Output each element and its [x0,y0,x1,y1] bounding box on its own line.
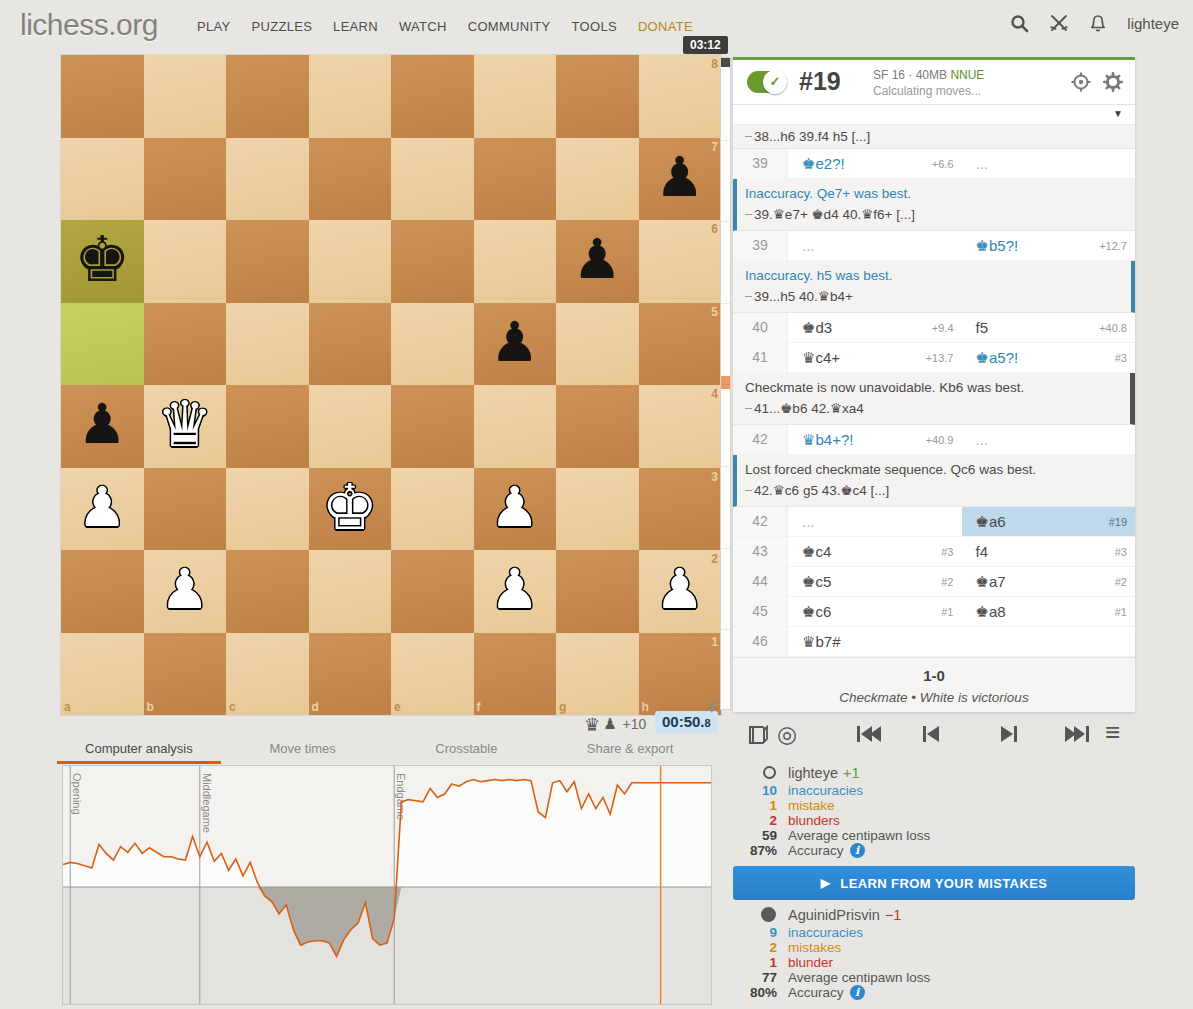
move[interactable]: ♚c4#3 [788,537,962,566]
move[interactable]: ♛b4+?!+40.9 [788,425,962,454]
stat-label: inaccuracies [788,925,863,940]
square-e1[interactable]: e [391,633,474,716]
rank-label: 7 [711,140,718,154]
nav-tools[interactable]: TOOLS [572,19,617,34]
crossed-swords-icon[interactable] [1049,14,1069,33]
gauge-tick [721,629,730,630]
white-king[interactable]: ♚ [309,468,392,551]
move[interactable]: ♚a8#1 [962,597,1136,626]
first-move-icon[interactable] [855,722,883,746]
comment-variation[interactable]: 39...h5 40.♛b4+ [745,288,1121,304]
square-c5[interactable] [226,303,309,386]
move[interactable] [962,627,1136,656]
move[interactable]: ... [788,231,962,260]
gear-icon[interactable] [1103,72,1123,96]
chevron-down-icon: ▼ [1113,108,1123,119]
stat-label: mistakes [788,940,841,955]
rating-delta: −1 [885,907,902,923]
stat-label: Accuracy [788,985,844,1000]
square-b3[interactable] [144,468,227,551]
white-pawn[interactable]: ♟ [639,550,722,633]
move[interactable]: ♛b7# [788,627,962,656]
file-label: f [477,700,481,714]
comment-row: Checkmate is now unavoidable. Kb6 was be… [733,373,1135,425]
move[interactable]: ♚c5#2 [788,567,962,596]
info-icon[interactable]: i [850,985,865,1000]
analysis-panel: ✓ #19 SF 16 · 40MB NNUE Calculating move… [733,57,1135,712]
gauge-tick [721,548,730,549]
variation-line[interactable]: 38...h6 39.f4 h5 [...] [733,125,1135,149]
material-count: +10 [623,716,647,732]
comment-variation[interactable]: 41...♚b6 42.♛xa4 [745,400,1120,416]
move-eval: #1 [941,606,961,618]
square-d3[interactable]: ♚ [309,468,392,551]
move-number: 40 [733,313,788,342]
comment-text: Inaccuracy. h5 was best. [745,268,1121,283]
white-color-icon [763,766,776,779]
square-g5[interactable] [556,303,639,386]
stat-value: 9 [733,925,777,940]
comment-row: Lost forced checkmate sequence. Qc6 was … [733,455,1135,507]
player-name[interactable]: AguinidPrisvin [788,907,880,923]
nav-right: lighteye [1010,14,1179,33]
move[interactable]: ♚e2?!+6.6 [788,149,962,178]
square-e3[interactable] [391,468,474,551]
white-player-stats: lighteye+110inaccuracies1mistake2blunder… [733,764,1135,858]
gyre-icon[interactable]: ◎ [777,721,797,747]
result-score: 1-0 [733,667,1135,684]
stat-label: Average centipawn loss [788,828,930,843]
square-f8[interactable] [474,55,557,138]
rank-label: 5 [711,305,718,319]
toggle-check-icon: ✓ [763,70,787,94]
square-b8[interactable] [144,55,227,138]
white-pawn[interactable]: ♟ [61,468,144,551]
file-label: b [147,700,154,714]
square-f5[interactable]: ♟ [474,303,557,386]
move-row: 42♛b4+?!+40.9... [733,425,1135,455]
nav-puzzles[interactable]: PUZZLES [251,19,312,34]
square-f2[interactable]: ♟ [474,550,557,633]
tab-computer-analysis[interactable]: Computer analysis [57,737,221,763]
rank-label: 2 [711,552,718,566]
square-g2[interactable] [556,550,639,633]
square-c4[interactable] [226,385,309,468]
bell-icon[interactable] [1089,14,1107,33]
square-f3[interactable]: ♟ [474,468,557,551]
file-label: g [559,700,566,714]
move-eval: +13.7 [926,352,962,364]
white-pawn[interactable]: ♟ [144,550,227,633]
replay-controls: ◎ ≡ [733,716,1135,758]
result-text: Checkmate • White is victorious [733,690,1135,705]
stat-value: 59 [733,828,777,843]
move[interactable]: ♚a5?!#3 [962,343,1136,372]
square-a3[interactable]: ♟ [61,468,144,551]
square-g3[interactable] [556,468,639,551]
learn-from-mistakes-button[interactable]: ▶LEARN FROM YOUR MISTAKES [733,866,1135,900]
square-h7[interactable]: ♟7 [639,138,722,221]
stat-value: 1 [733,955,777,970]
gauge-tick [721,384,730,385]
square-h8[interactable]: 8 [639,55,722,138]
nav-community[interactable]: COMMUNITY [468,19,551,34]
move-number: 46 [733,627,788,656]
stat-row: 77Average centipawn loss [733,970,1135,985]
move-row: 45♚c6#1♚a8#1 [733,597,1135,627]
gauge-tick [721,221,730,222]
eval-gauge [720,57,731,710]
engine-name: SF 16 · 40MB [873,68,947,82]
square-g7[interactable] [556,138,639,221]
comment-text: Inaccuracy. Qe7+ was best. [745,186,1125,201]
move-number: 42 [733,425,788,454]
player-name[interactable]: lighteye [788,765,838,781]
target-icon[interactable] [1071,72,1091,96]
comment-variation[interactable]: 42.♛c6 g5 43.♚c4 [...] [745,482,1125,498]
nav-learn[interactable]: LEARN [333,19,378,34]
lichess-logo[interactable]: lichess.org [20,8,158,42]
move-eval: +9.4 [932,322,962,334]
move-eval: +40.8 [1099,322,1135,334]
black-king[interactable]: ♚ [61,220,144,303]
phase-label: Opening [71,773,83,815]
phase-label: Middlegame [201,773,213,833]
move-eval: #3 [941,546,961,558]
move[interactable]: f4#3 [962,537,1136,566]
move-eval: #3 [1115,546,1135,558]
move-eval: #2 [1115,576,1135,588]
square-d1[interactable]: d [309,633,392,716]
gauge-zero-marker [721,376,730,389]
material-advantage: ♛ ♟ +10 [584,712,646,736]
move[interactable]: f5+40.8 [962,313,1136,342]
menu-icon[interactable]: ≡ [1105,720,1120,744]
move-list: 38...h6 39.f4 h5 [...]39♚e2?!+6.6...Inac… [733,125,1135,657]
move-row: 41♛c4++13.7♚a5?!#3 [733,343,1135,373]
move-eval: #3 [1115,352,1135,364]
stat-value: 77 [733,970,777,985]
square-a1[interactable]: a [61,633,144,716]
file-label: a [64,700,71,714]
tab-share-export[interactable]: Share & export [548,737,712,763]
stat-value: 87% [733,843,777,858]
square-c1[interactable]: c [226,633,309,716]
comment-text: Checkmate is now unavoidable. Kb6 was be… [745,380,1120,395]
square-c3[interactable] [226,468,309,551]
square-a4[interactable]: ♟ [61,385,144,468]
nav-watch[interactable]: WATCH [399,19,447,34]
move-number: 39 [733,149,788,178]
move[interactable]: ... [788,507,962,536]
move-row: 42...♚a6#19 [733,507,1135,537]
square-b6[interactable] [144,220,227,303]
move[interactable]: ... [962,425,1136,454]
black-player-stats: AguinidPrisvin−19inaccuracies2mistakes1b… [733,906,1135,1000]
square-e4[interactable] [391,385,474,468]
stat-row: 87%Accuracyi [733,843,1135,858]
move-number: 43 [733,537,788,566]
move[interactable]: ... [962,149,1136,178]
square-b4[interactable]: ♛ [144,385,227,468]
captured-queen-icon: ♛ [584,714,600,735]
move[interactable]: ♛c4++13.7 [788,343,962,372]
top-nav: lichess.org PLAY PUZZLES LEARN WATCH COM… [0,0,1193,55]
square-d7[interactable] [309,138,392,221]
square-h6[interactable]: 6 [639,220,722,303]
stat-label: Accuracy [788,843,844,858]
move[interactable]: ♚a6#19 [962,507,1136,536]
stat-row: 80%Accuracyi [733,985,1135,1000]
stat-label: inaccuracies [788,783,863,798]
variation-arrows-bar[interactable]: ▼ [733,105,1135,125]
square-h3[interactable]: 3 [639,468,722,551]
move-row: 43♚c4#3f4#3 [733,537,1135,567]
square-b7[interactable] [144,138,227,221]
move[interactable]: ♚c6#1 [788,597,962,626]
square-e7[interactable] [391,138,474,221]
square-g6[interactable]: ♟ [556,220,639,303]
stat-label: blunders [788,813,840,828]
square-d4[interactable] [309,385,392,468]
stat-value: 10 [733,783,777,798]
stat-row: 2blunders [733,813,1135,828]
black-clock: 03:12 [683,36,728,54]
black-pawn[interactable]: ♟ [556,220,639,303]
square-h5[interactable]: 5 [639,303,722,386]
square-b2[interactable]: ♟ [144,550,227,633]
move-number: 41 [733,343,788,372]
info-icon[interactable]: i [850,843,865,858]
engine-status: Calculating moves... [873,84,981,98]
rank-label: 3 [711,470,718,484]
stat-row: 10inaccuracies [733,783,1135,798]
rank-label: 8 [711,57,718,71]
gauge-tick [721,466,730,467]
rank-label: 1 [711,635,718,649]
file-label: e [394,700,401,714]
black-pawn[interactable]: ♟ [639,138,722,221]
square-a2[interactable] [61,550,144,633]
search-icon[interactable] [1010,14,1029,33]
black-pawn[interactable]: ♟ [474,303,557,386]
engine-eval: #19 [799,67,841,96]
stat-row: 1blunder [733,955,1135,970]
square-h4[interactable]: 4 [639,385,722,468]
square-g4[interactable] [556,385,639,468]
tab-move-times[interactable]: Move times [221,737,385,763]
gauge-tick [721,303,730,304]
square-g8[interactable] [556,55,639,138]
last-move-icon[interactable] [1063,722,1091,746]
book-icon[interactable] [745,722,771,748]
gauge-tick [721,140,730,141]
move-eval: +40.9 [926,434,962,446]
move-number: 42 [733,507,788,536]
move-row: 40♚d3+9.4f5+40.8 [733,313,1135,343]
square-a6[interactable]: ♚ [61,220,144,303]
stat-value: 2 [733,813,777,828]
move-row: 39...♚b5?!+12.7 [733,231,1135,261]
result-block: 1-0 Checkmate • White is victorious [733,657,1135,712]
stat-label: Average centipawn loss [788,970,930,985]
move-row: 39♚e2?!+6.6... [733,149,1135,179]
rating-delta: +1 [843,765,860,781]
chess-board[interactable]: 8♟7♚♟6♟5♟♛4♟♚♟3♟♟♟2abcdefg1h [61,55,721,715]
tab-crosstable[interactable]: Crosstable [385,737,549,763]
comment-text: Lost forced checkmate sequence. Qc6 was … [745,462,1125,477]
rank-label: 6 [711,222,718,236]
square-e6[interactable] [391,220,474,303]
move-eval: +6.6 [932,158,962,170]
square-f6[interactable] [474,220,557,303]
stat-row: 2mistakes [733,940,1135,955]
move-row: 44♚c5#2♚a7#2 [733,567,1135,597]
square-c6[interactable] [226,220,309,303]
square-d8[interactable] [309,55,392,138]
square-h2[interactable]: ♟2 [639,550,722,633]
analysis-tabs: Computer analysisMove timesCrosstableSha… [57,737,712,763]
file-label: d [312,700,319,714]
move-number: 39 [733,231,788,260]
rank-label: 4 [711,387,718,401]
square-c7[interactable] [226,138,309,221]
stat-row: 9inaccuracies [733,925,1135,940]
square-c2[interactable] [226,550,309,633]
square-f7[interactable] [474,138,557,221]
previous-move-icon[interactable] [921,722,941,746]
move-eval: +12.7 [1099,240,1135,252]
engine-header: ✓ #19 SF 16 · 40MB NNUE Calculating move… [733,60,1135,105]
stat-value: 80% [733,985,777,1000]
square-b5[interactable] [144,303,227,386]
stat-value: 2 [733,940,777,955]
square-f4[interactable] [474,385,557,468]
stat-value: 1 [733,798,777,813]
move-eval: #1 [1115,606,1135,618]
nav-donate[interactable]: DONATE [638,19,693,34]
black-color-icon [761,907,776,922]
play-icon: ▶ [821,876,831,890]
white-pawn[interactable]: ♟ [474,468,557,551]
stat-label: blunder [788,955,833,970]
board-resize-handle[interactable] [702,697,718,717]
engine-nnue: NNUE [950,68,984,82]
username[interactable]: lighteye [1127,15,1179,32]
square-a7[interactable] [61,138,144,221]
square-a5[interactable] [61,303,144,386]
square-g1[interactable]: g [556,633,639,716]
black-pawn[interactable]: ♟ [61,385,144,468]
square-a8[interactable] [61,55,144,138]
file-label: c [229,700,236,714]
square-e8[interactable] [391,55,474,138]
stat-row: 59Average centipawn loss [733,828,1135,843]
comment-row: Inaccuracy. h5 was best.39...h5 40.♛b4+ [733,261,1135,313]
square-d2[interactable] [309,550,392,633]
advantage-chart[interactable]: OpeningMiddlegameEndgame [62,765,712,1005]
next-move-icon[interactable] [999,722,1019,746]
comment-row: Inaccuracy. Qe7+ was best.39.♛e7+ ♚d4 40… [733,179,1135,231]
move-eval: #2 [941,576,961,588]
move-number: 44 [733,567,788,596]
captured-pawn-icon: ♟ [603,715,616,733]
square-e5[interactable] [391,303,474,386]
move[interactable]: ♚a7#2 [962,567,1136,596]
white-queen[interactable]: ♛ [144,385,227,468]
nav-links: PLAY PUZZLES LEARN WATCH COMMUNITY TOOLS… [197,19,693,34]
square-d5[interactable] [309,303,392,386]
move-row: 46♛b7# [733,627,1135,657]
move-number: 45 [733,597,788,626]
engine-toggle[interactable]: ✓ [747,71,787,93]
move[interactable]: ♚d3+9.4 [788,313,962,342]
nav-play[interactable]: PLAY [197,19,230,34]
square-e2[interactable] [391,550,474,633]
square-d6[interactable] [309,220,392,303]
square-c8[interactable] [226,55,309,138]
gauge-black-portion [721,58,730,67]
move-eval: #19 [1109,516,1135,528]
square-b1[interactable]: b [144,633,227,716]
stat-label: mistake [788,798,835,813]
comment-variation[interactable]: 39.♛e7+ ♚d4 40.♛f6+ [...] [745,206,1125,222]
move[interactable]: ♚b5?!+12.7 [962,231,1136,260]
stat-row: 1mistake [733,798,1135,813]
white-pawn[interactable]: ♟ [474,550,557,633]
square-f1[interactable]: f [474,633,557,716]
